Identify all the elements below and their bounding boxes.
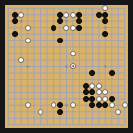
black-stone <box>83 83 89 89</box>
black-stone <box>96 12 102 18</box>
black-stone <box>12 31 18 37</box>
white-stone <box>25 38 31 44</box>
white-stone <box>70 64 76 70</box>
black-stone <box>12 18 18 24</box>
black-stone <box>83 89 89 95</box>
white-stone <box>89 83 95 89</box>
white-stone <box>25 102 31 108</box>
white-stone <box>70 25 76 31</box>
last-move-marker <box>72 66 74 68</box>
black-stone <box>57 38 63 44</box>
go-board[interactable] <box>5 5 128 128</box>
white-stone <box>64 12 70 18</box>
black-stone <box>57 18 63 24</box>
black-stone <box>89 96 95 102</box>
black-stone <box>83 96 89 102</box>
black-stone <box>102 31 108 37</box>
white-stone <box>70 102 76 108</box>
white-stone <box>96 83 102 89</box>
white-stone <box>115 109 121 115</box>
white-stone <box>51 102 57 108</box>
black-stone <box>76 25 82 31</box>
black-stone <box>109 96 115 102</box>
black-stone <box>12 12 18 18</box>
black-stone <box>76 18 82 24</box>
black-stone <box>102 12 108 18</box>
white-stone <box>102 89 108 95</box>
black-stone <box>89 102 95 108</box>
white-stone <box>109 102 115 108</box>
white-stone <box>25 25 31 31</box>
white-stone <box>102 5 108 11</box>
black-stone <box>57 12 63 18</box>
black-stone <box>89 89 95 95</box>
white-stone <box>64 25 70 31</box>
black-stone <box>102 102 108 108</box>
white-stone <box>18 57 24 63</box>
black-stone <box>89 70 95 76</box>
white-stone <box>102 96 108 102</box>
white-stone <box>70 12 76 18</box>
white-stone <box>122 102 128 108</box>
black-stone <box>76 12 82 18</box>
black-stone <box>96 102 102 108</box>
black-stone <box>109 70 115 76</box>
black-stone <box>102 18 108 24</box>
white-stone <box>70 51 76 57</box>
black-stone <box>51 25 57 31</box>
white-stone <box>96 89 102 95</box>
white-stone <box>18 12 24 18</box>
black-stone <box>57 109 63 115</box>
white-stone <box>38 109 44 115</box>
board-point-c18r18[interactable] <box>122 122 128 128</box>
white-stone <box>96 96 102 102</box>
go-board-frame <box>0 0 133 133</box>
black-stone <box>57 102 63 108</box>
